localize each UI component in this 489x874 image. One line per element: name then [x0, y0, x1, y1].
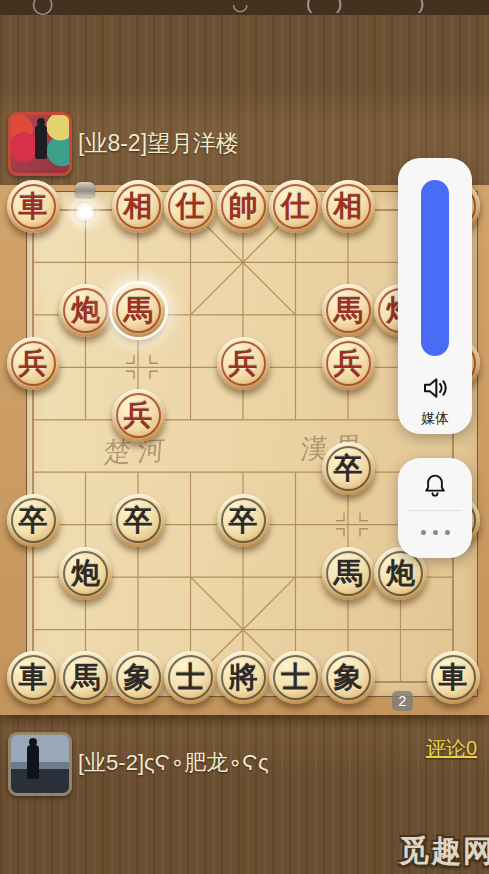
piece-glyph: 兵 [229, 349, 258, 378]
piece-炮-b7[interactable]: 炮 [59, 547, 112, 600]
piece-glyph: 仕 [281, 192, 310, 221]
three-dots-icon[interactable] [398, 530, 472, 535]
opponent-name: [业8-2]望月洋楼 [78, 128, 239, 159]
piece-glyph: 馬 [334, 296, 363, 325]
panel-divider [408, 510, 462, 511]
piece-相-g0[interactable]: 相 [322, 180, 375, 233]
move-count-badge: 2 [392, 691, 413, 711]
player-avatar[interactable] [8, 732, 72, 796]
volume-stream-label: 媒体 [398, 410, 472, 428]
cropped-status-icon: ( [306, 0, 312, 14]
notification-bell-icon[interactable] [420, 470, 450, 500]
piece-卒-a6[interactable]: 卒 [7, 494, 60, 547]
piece-glyph: 帥 [229, 192, 258, 221]
piece-炮-b2[interactable]: 炮 [59, 284, 112, 337]
piece-車-a9[interactable]: 車 [7, 651, 60, 704]
piece-glyph: 卒 [19, 506, 48, 535]
piece-仕-d0[interactable]: 仕 [164, 180, 217, 233]
piece-glyph: 車 [19, 192, 48, 221]
volume-actions-panel [398, 458, 472, 558]
avatar-figure [27, 745, 39, 779]
piece-車-i9[interactable]: 車 [427, 651, 480, 704]
piece-glyph: 卒 [229, 506, 258, 535]
piece-glyph: 將 [229, 663, 258, 692]
piece-glyph: 馬 [334, 559, 363, 588]
opponent-avatar[interactable] [8, 112, 72, 176]
piece-兵-c4[interactable]: 兵 [112, 389, 165, 442]
piece-象-c9[interactable]: 象 [112, 651, 165, 704]
piece-glyph: 馬 [124, 296, 153, 325]
player-name: [业5-2]ςϚ∘肥龙∘Ϛς [78, 748, 269, 778]
volume-slider[interactable] [421, 180, 449, 356]
piece-glyph: 兵 [124, 401, 153, 430]
move-origin-glow [74, 201, 96, 223]
piece-卒-g5[interactable]: 卒 [322, 442, 375, 495]
piece-相-c0[interactable]: 相 [112, 180, 165, 233]
piece-glyph: 相 [334, 192, 363, 221]
piece-glyph: 炮 [386, 559, 415, 588]
piece-glyph: 士 [176, 663, 205, 692]
piece-glyph: 車 [19, 663, 48, 692]
piece-象-g9[interactable]: 象 [322, 651, 375, 704]
cropped-status-icon: ) [336, 0, 342, 14]
piece-glyph: 卒 [124, 506, 153, 535]
cropped-status-icon: ◡ [232, 0, 249, 15]
piece-卒-e6[interactable]: 卒 [217, 494, 270, 547]
piece-glyph: 馬 [71, 663, 100, 692]
piece-車-a0[interactable]: 車 [7, 180, 60, 233]
piece-glyph: 仕 [176, 192, 205, 221]
piece-glyph: 相 [124, 192, 153, 221]
volume-panel: 媒体 [398, 158, 472, 434]
piece-將-e9[interactable]: 將 [217, 651, 270, 704]
piece-glyph: 車 [439, 663, 468, 692]
cropped-status-icon: ◯ [32, 0, 53, 15]
avatar-figure [35, 125, 47, 159]
move-origin-ghost-piece [75, 182, 95, 197]
speaker-icon[interactable] [419, 372, 451, 404]
piece-glyph: 炮 [71, 296, 100, 325]
piece-兵-g3[interactable]: 兵 [322, 337, 375, 390]
piece-馬-g2[interactable]: 馬 [322, 284, 375, 337]
cropped-status-icon: ) [418, 0, 424, 14]
status-bar: ◯ ◡ ( ) ) [0, 0, 489, 15]
piece-glyph: 象 [334, 663, 363, 692]
site-watermark: 觅趣网 [399, 831, 489, 872]
comment-link[interactable]: 评论0 [426, 735, 477, 762]
piece-glyph: 兵 [19, 349, 48, 378]
piece-glyph: 象 [124, 663, 153, 692]
piece-glyph: 炮 [71, 559, 100, 588]
piece-glyph: 兵 [334, 349, 363, 378]
piece-馬-c2[interactable]: 馬 [112, 284, 165, 337]
piece-馬-g7[interactable]: 馬 [322, 547, 375, 600]
piece-卒-c6[interactable]: 卒 [112, 494, 165, 547]
app-screen: ◯ ◡ ( ) ) [业8-2]望月洋楼 [0, 0, 489, 874]
piece-glyph: 卒 [334, 454, 363, 483]
piece-帥-e0[interactable]: 帥 [217, 180, 270, 233]
piece-仕-f0[interactable]: 仕 [269, 180, 322, 233]
piece-兵-a3[interactable]: 兵 [7, 337, 60, 390]
piece-兵-e3[interactable]: 兵 [217, 337, 270, 390]
piece-glyph: 士 [281, 663, 310, 692]
